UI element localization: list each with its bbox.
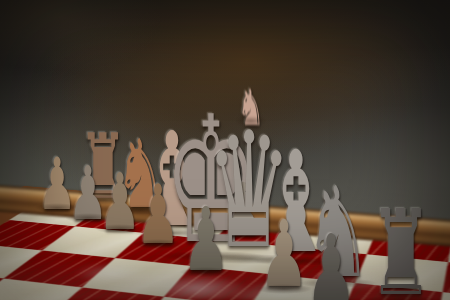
piece-pawn-h6: ♟ [305, 222, 357, 300]
piece-pawn-d6: ♟ [136, 174, 180, 256]
piece-pawn-f6: ♟ [182, 196, 229, 284]
piece-pawn-g6: ♟ [259, 209, 308, 300]
piece-grey-rook: ♜ [369, 194, 432, 300]
chess-photo: ♜ ♞ ♝ ♚ ♞ ♛ ♟ ♝ ♞ ♜ ♟ ♟ ♟ ♟ ♟ ♟ ♟ [0, 0, 450, 300]
piece-pawn-c6: ♟ [99, 163, 141, 241]
